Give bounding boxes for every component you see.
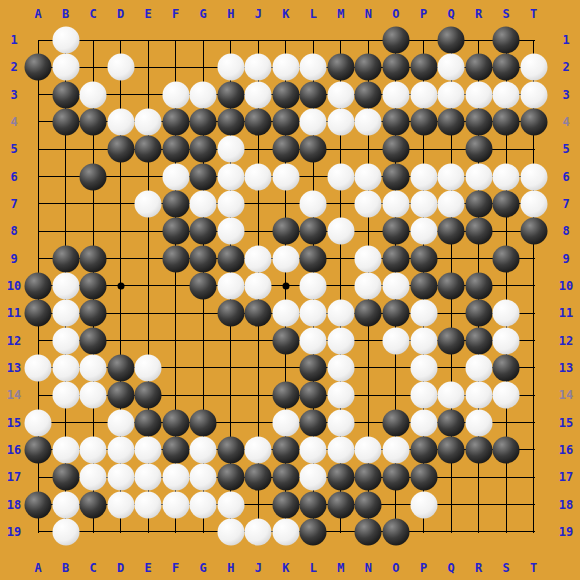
stone-white-L17: ○ [300,464,327,491]
stone-white-D15: ○ [107,409,134,436]
row-label-left-3: 3 [10,88,17,102]
stone-white-M4: ○ [327,108,354,135]
stone-white-M8: ○ [327,218,354,245]
stone-black-Q1: ● [438,27,465,54]
stone-white-P3: ○ [410,81,437,108]
col-label-top-A: A [34,7,41,21]
stone-white-S11: ○ [493,300,520,327]
stone-black-S7: ● [493,190,520,217]
stone-black-M2: ● [327,54,354,81]
stone-black-K4: ● [272,108,299,135]
stone-black-C9: ● [80,245,107,272]
stone-white-B18: ○ [52,491,79,518]
stone-black-Q12: ● [438,327,465,354]
stone-black-O2: ● [382,54,409,81]
stone-white-R13: ○ [465,354,492,381]
row-label-right-15: 15 [559,416,573,430]
stone-white-B14: ○ [52,382,79,409]
stone-black-N18: ● [355,491,382,518]
stone-white-R14: ○ [465,382,492,409]
stone-black-M18: ● [327,491,354,518]
row-label-right-1: 1 [562,33,569,47]
stone-black-L13: ● [300,354,327,381]
stone-white-P6: ○ [410,163,437,190]
stone-white-E7: ○ [135,190,162,217]
stone-black-F9: ● [162,245,189,272]
stone-black-O8: ● [382,218,409,245]
stone-white-C16: ○ [80,436,107,463]
stone-white-M3: ○ [327,81,354,108]
row-label-right-11: 11 [559,306,573,320]
col-label-top-C: C [89,7,96,21]
stone-white-B16: ○ [52,436,79,463]
stone-white-Q6: ○ [438,163,465,190]
stone-white-L10: ○ [300,272,327,299]
stone-white-K19: ○ [272,518,299,545]
stone-black-E15: ● [135,409,162,436]
col-label-top-F: F [172,7,179,21]
col-label-bottom-C: C [89,561,96,575]
stone-black-G5: ● [190,136,217,163]
stone-white-S3: ○ [493,81,520,108]
row-label-left-10: 10 [7,279,21,293]
col-label-top-L: L [310,7,317,21]
stone-black-L19: ● [300,518,327,545]
stone-white-S6: ○ [493,163,520,190]
stone-white-M11: ○ [327,300,354,327]
stone-white-G7: ○ [190,190,217,217]
row-label-left-12: 12 [7,334,21,348]
row-label-left-14: 14 [7,388,21,402]
stone-black-H11: ● [217,300,244,327]
stone-white-N9: ○ [355,245,382,272]
stone-white-T6: ○ [520,163,547,190]
col-label-top-G: G [200,7,207,21]
stone-black-S1: ● [493,27,520,54]
row-label-right-10: 10 [559,279,573,293]
stone-white-P18: ○ [410,491,437,518]
stone-black-G15: ● [190,409,217,436]
row-label-right-6: 6 [562,170,569,184]
stone-black-G6: ● [190,163,217,190]
stone-white-H2: ○ [217,54,244,81]
stone-white-F17: ○ [162,464,189,491]
stone-black-G10: ● [190,272,217,299]
stone-black-N3: ● [355,81,382,108]
stone-white-M13: ○ [327,354,354,381]
stone-black-O5: ● [382,136,409,163]
col-label-bottom-D: D [117,561,124,575]
stone-black-D14: ● [107,382,134,409]
stone-white-A13: ○ [25,354,52,381]
stone-black-S16: ● [493,436,520,463]
stone-black-P16: ● [410,436,437,463]
stone-white-K2: ○ [272,54,299,81]
col-label-top-M: M [337,7,344,21]
col-label-top-D: D [117,7,124,21]
stone-white-L2: ○ [300,54,327,81]
stone-white-O3: ○ [382,81,409,108]
stone-white-Q3: ○ [438,81,465,108]
col-label-bottom-J: J [255,561,262,575]
go-board[interactable]: ○●●●●○○○○○○●●●●○●●○●○○○●○●●○●○○○○○○●●○○●… [0,0,580,580]
row-label-right-9: 9 [562,252,569,266]
stone-white-J10: ○ [245,272,272,299]
stone-black-J17: ● [245,464,272,491]
stone-black-L14: ● [300,382,327,409]
stone-white-K15: ○ [272,409,299,436]
stone-white-S14: ○ [493,382,520,409]
stone-white-O7: ○ [382,190,409,217]
row-label-left-16: 16 [7,443,21,457]
stone-white-G16: ○ [190,436,217,463]
stone-black-K3: ● [272,81,299,108]
stone-black-O19: ● [382,518,409,545]
stone-white-N6: ○ [355,163,382,190]
row-label-left-17: 17 [7,470,21,484]
stone-black-G8: ● [190,218,217,245]
stone-white-N16: ○ [355,436,382,463]
row-label-left-15: 15 [7,416,21,430]
stone-white-E4: ○ [135,108,162,135]
col-label-top-Q: Q [447,7,454,21]
row-label-right-7: 7 [562,197,569,211]
stone-black-C6: ● [80,163,107,190]
row-label-left-13: 13 [7,361,21,375]
row-label-left-11: 11 [7,306,21,320]
stone-white-Q7: ○ [438,190,465,217]
row-label-right-5: 5 [562,142,569,156]
stone-black-H3: ● [217,81,244,108]
row-label-left-8: 8 [10,224,17,238]
stone-black-H9: ● [217,245,244,272]
stone-black-E5: ● [135,136,162,163]
stone-black-M17: ● [327,464,354,491]
stone-white-M14: ○ [327,382,354,409]
stone-black-O9: ● [382,245,409,272]
stone-white-C3: ○ [80,81,107,108]
stone-black-R10: ● [465,272,492,299]
stone-black-R12: ● [465,327,492,354]
stone-white-N7: ○ [355,190,382,217]
row-label-right-4: 4 [562,115,569,129]
stone-black-A11: ● [25,300,52,327]
stone-white-B13: ○ [52,354,79,381]
stone-white-B12: ○ [52,327,79,354]
stone-white-D2: ○ [107,54,134,81]
row-label-left-2: 2 [10,60,17,74]
stone-black-Q15: ● [438,409,465,436]
stone-black-N11: ● [355,300,382,327]
stone-black-L3: ● [300,81,327,108]
stone-black-S13: ● [493,354,520,381]
stone-white-M15: ○ [327,409,354,436]
stone-black-B9: ● [52,245,79,272]
stone-white-E16: ○ [135,436,162,463]
star-point-K10 [282,282,289,289]
row-label-left-4: 4 [10,115,17,129]
stone-black-O11: ● [382,300,409,327]
stone-white-B2: ○ [52,54,79,81]
col-label-top-S: S [503,7,510,21]
stone-white-L12: ○ [300,327,327,354]
stone-white-C14: ○ [80,382,107,409]
stone-black-P4: ● [410,108,437,135]
stone-black-O4: ● [382,108,409,135]
stone-black-F4: ● [162,108,189,135]
stone-black-C4: ● [80,108,107,135]
stone-black-H16: ● [217,436,244,463]
row-label-right-19: 19 [559,525,573,539]
stone-black-K12: ● [272,327,299,354]
stone-black-J11: ● [245,300,272,327]
stone-black-A16: ● [25,436,52,463]
stone-black-T8: ● [520,218,547,245]
col-label-bottom-P: P [420,561,427,575]
stone-black-F5: ● [162,136,189,163]
col-label-bottom-B: B [62,561,69,575]
stone-white-L11: ○ [300,300,327,327]
stone-black-Q16: ● [438,436,465,463]
stone-white-B1: ○ [52,27,79,54]
stone-white-H18: ○ [217,491,244,518]
stone-black-R8: ● [465,218,492,245]
stone-black-R7: ● [465,190,492,217]
col-label-top-O: O [392,7,399,21]
stone-black-B4: ● [52,108,79,135]
stone-white-Q14: ○ [438,382,465,409]
stone-white-F18: ○ [162,491,189,518]
stone-white-D17: ○ [107,464,134,491]
stone-black-E14: ● [135,382,162,409]
row-label-left-9: 9 [10,252,17,266]
stone-white-B19: ○ [52,518,79,545]
stone-black-Q4: ● [438,108,465,135]
row-label-right-18: 18 [559,498,573,512]
col-label-bottom-T: T [530,561,537,575]
stone-white-K9: ○ [272,245,299,272]
row-label-left-19: 19 [7,525,21,539]
stone-white-O16: ○ [382,436,409,463]
stone-black-P10: ● [410,272,437,299]
stone-black-L5: ● [300,136,327,163]
stone-black-R11: ● [465,300,492,327]
stone-black-N17: ● [355,464,382,491]
stone-white-L7: ○ [300,190,327,217]
stone-white-J19: ○ [245,518,272,545]
stone-white-D16: ○ [107,436,134,463]
stone-black-F16: ● [162,436,189,463]
row-label-right-2: 2 [562,60,569,74]
stone-white-J6: ○ [245,163,272,190]
stone-black-H17: ● [217,464,244,491]
stone-white-M6: ○ [327,163,354,190]
stone-black-C12: ● [80,327,107,354]
stone-black-K8: ● [272,218,299,245]
stone-black-S9: ● [493,245,520,272]
row-label-left-6: 6 [10,170,17,184]
stone-white-P7: ○ [410,190,437,217]
stone-white-E17: ○ [135,464,162,491]
stone-black-L8: ● [300,218,327,245]
stone-black-O6: ● [382,163,409,190]
stone-black-S2: ● [493,54,520,81]
row-label-right-3: 3 [562,88,569,102]
stone-white-M12: ○ [327,327,354,354]
stone-black-F8: ● [162,218,189,245]
stone-black-G9: ● [190,245,217,272]
col-label-bottom-H: H [227,561,234,575]
row-label-left-1: 1 [10,33,17,47]
stone-white-T7: ○ [520,190,547,217]
stone-black-C11: ● [80,300,107,327]
stone-white-P11: ○ [410,300,437,327]
stone-white-P12: ○ [410,327,437,354]
stone-white-C17: ○ [80,464,107,491]
stone-white-P13: ○ [410,354,437,381]
col-label-top-N: N [365,7,372,21]
row-label-right-14: 14 [559,388,573,402]
row-label-left-7: 7 [10,197,17,211]
stone-white-Q2: ○ [438,54,465,81]
col-label-bottom-O: O [392,561,399,575]
stone-white-G3: ○ [190,81,217,108]
stone-white-P8: ○ [410,218,437,245]
stone-white-K11: ○ [272,300,299,327]
stone-black-T4: ● [520,108,547,135]
stone-white-B10: ○ [52,272,79,299]
stone-white-M16: ○ [327,436,354,463]
stone-black-K16: ● [272,436,299,463]
col-label-top-T: T [530,7,537,21]
stone-black-K5: ● [272,136,299,163]
stone-black-A2: ● [25,54,52,81]
stone-white-G17: ○ [190,464,217,491]
stone-white-B11: ○ [52,300,79,327]
stone-white-J9: ○ [245,245,272,272]
row-label-left-5: 5 [10,142,17,156]
stone-white-E13: ○ [135,354,162,381]
stone-white-S12: ○ [493,327,520,354]
stone-black-O17: ● [382,464,409,491]
stone-black-Q10: ● [438,272,465,299]
row-label-right-17: 17 [559,470,573,484]
stone-white-T2: ○ [520,54,547,81]
stone-black-L18: ● [300,491,327,518]
stone-white-E18: ○ [135,491,162,518]
col-label-top-E: E [145,7,152,21]
stone-black-C18: ● [80,491,107,518]
stone-white-O10: ○ [382,272,409,299]
stone-black-C10: ● [80,272,107,299]
col-label-bottom-K: K [282,561,289,575]
col-label-bottom-F: F [172,561,179,575]
stone-black-O1: ● [382,27,409,54]
stone-white-H19: ○ [217,518,244,545]
col-label-top-P: P [420,7,427,21]
stone-white-A15: ○ [25,409,52,436]
col-label-top-B: B [62,7,69,21]
stone-black-R2: ● [465,54,492,81]
stone-white-F3: ○ [162,81,189,108]
stone-black-F15: ● [162,409,189,436]
stone-white-D18: ○ [107,491,134,518]
stone-black-L15: ● [300,409,327,436]
col-label-top-H: H [227,7,234,21]
stone-black-J4: ● [245,108,272,135]
col-label-bottom-E: E [145,561,152,575]
row-label-right-8: 8 [562,224,569,238]
stone-white-P15: ○ [410,409,437,436]
stone-black-D13: ● [107,354,134,381]
stone-black-N2: ● [355,54,382,81]
stone-white-J2: ○ [245,54,272,81]
stone-black-S4: ● [493,108,520,135]
stone-white-N10: ○ [355,272,382,299]
stone-black-B17: ● [52,464,79,491]
stone-black-B3: ● [52,81,79,108]
col-label-bottom-Q: Q [447,561,454,575]
stone-white-K6: ○ [272,163,299,190]
col-label-bottom-M: M [337,561,344,575]
col-label-bottom-L: L [310,561,317,575]
stone-white-H6: ○ [217,163,244,190]
row-label-left-18: 18 [7,498,21,512]
stone-white-J16: ○ [245,436,272,463]
stone-black-Q8: ● [438,218,465,245]
stone-black-P2: ● [410,54,437,81]
col-label-top-R: R [475,7,482,21]
stone-white-R3: ○ [465,81,492,108]
stone-black-L9: ● [300,245,327,272]
stone-black-R16: ● [465,436,492,463]
stone-black-O15: ● [382,409,409,436]
col-label-bottom-A: A [34,561,41,575]
stone-white-J3: ○ [245,81,272,108]
stone-white-H7: ○ [217,190,244,217]
stone-white-G18: ○ [190,491,217,518]
stone-white-F6: ○ [162,163,189,190]
stone-black-G4: ● [190,108,217,135]
stone-white-L16: ○ [300,436,327,463]
stone-black-H4: ● [217,108,244,135]
stone-white-C13: ○ [80,354,107,381]
stone-white-H5: ○ [217,136,244,163]
col-label-bottom-S: S [503,561,510,575]
col-label-bottom-N: N [365,561,372,575]
stone-white-H10: ○ [217,272,244,299]
stone-black-F7: ● [162,190,189,217]
stone-black-A18: ● [25,491,52,518]
row-label-right-16: 16 [559,443,573,457]
stone-white-R6: ○ [465,163,492,190]
stone-black-K18: ● [272,491,299,518]
stone-white-N4: ○ [355,108,382,135]
stone-black-K17: ● [272,464,299,491]
col-label-bottom-R: R [475,561,482,575]
stone-black-P17: ● [410,464,437,491]
col-label-bottom-G: G [200,561,207,575]
stone-black-R5: ● [465,136,492,163]
row-label-right-12: 12 [559,334,573,348]
col-label-top-J: J [255,7,262,21]
col-label-top-K: K [282,7,289,21]
star-point-D10 [117,282,124,289]
stone-white-O12: ○ [382,327,409,354]
row-label-right-13: 13 [559,361,573,375]
stone-black-K14: ● [272,382,299,409]
stone-black-N19: ● [355,518,382,545]
